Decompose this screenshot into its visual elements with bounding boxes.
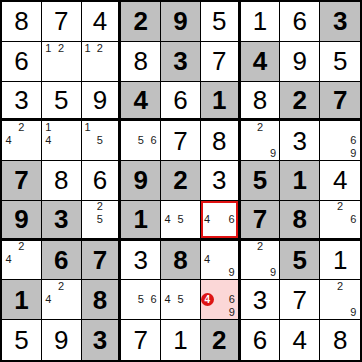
cell-r6c2[interactable]: 3 — [42, 201, 82, 241]
cell-r7c1[interactable]: 24 — [2, 241, 42, 281]
given-value: 9 — [133, 167, 147, 193]
cell-r1c6[interactable]: 5 — [201, 2, 241, 42]
hint-circled-candidate: 4 — [201, 293, 214, 306]
solved-value: 8 — [333, 327, 347, 353]
empty-mark-slot — [82, 134, 94, 147]
cell-r3c4[interactable]: 4 — [121, 82, 161, 122]
candidate-4: 4 — [42, 134, 55, 147]
empty-mark-slot — [226, 280, 238, 293]
candidate-9: 9 — [347, 147, 360, 160]
solved-value: 7 — [212, 48, 226, 74]
empty-mark-slot — [42, 55, 55, 68]
solved-value: 3 — [14, 87, 28, 113]
solved-value: 3 — [133, 247, 147, 273]
empty-mark-slot — [241, 253, 254, 266]
empty-mark-slot — [161, 280, 174, 293]
cell-r8c3[interactable]: 8 — [82, 280, 122, 320]
empty-mark-slot — [214, 280, 226, 293]
empty-mark-slot — [187, 280, 200, 293]
empty-mark-slot — [174, 201, 187, 213]
solved-value: 4 — [93, 8, 107, 34]
candidate-1: 1 — [82, 42, 94, 55]
empty-mark-slot — [2, 121, 15, 134]
cell-r8c5[interactable]: 45 — [161, 280, 201, 320]
empty-mark-slot — [267, 134, 280, 147]
empty-mark-slot — [241, 266, 254, 279]
candidate-1: 1 — [82, 121, 94, 134]
empty-mark-slot — [320, 201, 333, 213]
given-value: 7 — [93, 247, 107, 273]
cell-r9c3[interactable]: 3 — [82, 320, 122, 360]
given-value: 1 — [212, 87, 226, 113]
cell-r5c5[interactable]: 2 — [161, 161, 201, 201]
solved-value: 8 — [54, 167, 68, 193]
empty-mark-slot — [241, 147, 254, 160]
candidate-4: 4 — [42, 293, 55, 306]
empty-mark-slot — [174, 225, 187, 237]
cell-r1c4[interactable]: 2 — [121, 2, 161, 42]
cell-r9c2[interactable]: 9 — [42, 320, 82, 360]
sudoku-board: 8742951636121283749535946182724141556782… — [0, 0, 362, 362]
given-value: 8 — [173, 247, 187, 273]
empty-mark-slot — [213, 266, 225, 279]
empty-mark-slot — [213, 201, 225, 213]
pencil-marks: 45 — [161, 280, 200, 319]
candidate-5: 5 — [174, 293, 187, 306]
solved-value: 6 — [253, 327, 267, 353]
solved-value: 9 — [93, 87, 107, 113]
cell-r7c6[interactable]: 49 — [201, 241, 241, 281]
solved-value: 6 — [293, 8, 307, 34]
cell-r4c1[interactable]: 24 — [2, 121, 42, 161]
candidate-1: 1 — [42, 42, 55, 55]
solved-value: 4 — [293, 327, 307, 353]
candidate-9: 9 — [226, 306, 238, 319]
cell-r2c3[interactable]: 12 — [82, 42, 122, 82]
cell-r1c1[interactable]: 8 — [2, 2, 42, 42]
cell-r8c4[interactable]: 56 — [121, 280, 161, 320]
pencil-marks: 56 — [121, 280, 160, 319]
cell-r5c9[interactable]: 4 — [320, 161, 360, 201]
empty-mark-slot — [320, 147, 333, 160]
empty-mark-slot — [55, 68, 68, 81]
empty-mark-slot — [201, 201, 213, 213]
empty-mark-slot — [94, 68, 106, 81]
empty-mark-slot — [121, 147, 134, 160]
cell-r5c8[interactable]: 1 — [280, 161, 320, 201]
cell-r6c8[interactable]: 8 — [280, 201, 320, 241]
cell-r3c8[interactable]: 2 — [280, 82, 320, 122]
empty-mark-slot — [320, 225, 333, 237]
candidate-9: 9 — [225, 266, 237, 279]
empty-mark-slot — [68, 280, 81, 293]
cell-r8c9[interactable]: 29 — [320, 280, 360, 320]
empty-mark-slot — [15, 253, 28, 266]
empty-mark-slot — [333, 306, 346, 319]
empty-mark-slot — [82, 213, 94, 225]
empty-mark-slot — [320, 134, 333, 147]
pencil-marks: 14 — [42, 121, 81, 160]
empty-mark-slot — [94, 55, 106, 68]
cell-r6c4[interactable]: 1 — [121, 201, 161, 241]
cell-r4c2[interactable]: 14 — [42, 121, 82, 161]
empty-mark-slot — [320, 293, 333, 306]
empty-mark-slot — [201, 280, 214, 293]
empty-mark-slot — [213, 213, 225, 225]
empty-mark-slot — [106, 68, 118, 81]
empty-mark-slot — [106, 201, 118, 213]
cell-r7c9[interactable]: 1 — [320, 241, 360, 281]
empty-mark-slot — [106, 134, 118, 147]
empty-mark-slot — [241, 121, 254, 134]
cell-r8c1[interactable]: 1 — [2, 280, 42, 320]
cell-r5c2[interactable]: 8 — [42, 161, 82, 201]
empty-mark-slot — [225, 201, 237, 213]
empty-mark-slot — [55, 55, 68, 68]
given-value: 9 — [14, 206, 28, 232]
empty-mark-slot — [82, 225, 94, 237]
pencil-marks: 56 — [121, 121, 160, 160]
solved-value: 5 — [333, 48, 347, 74]
cell-r2c5[interactable]: 3 — [161, 42, 201, 82]
candidate-2: 2 — [55, 280, 68, 293]
empty-mark-slot — [28, 253, 41, 266]
cell-r3c1[interactable]: 3 — [2, 82, 42, 122]
cell-r6c6[interactable]: 46 — [201, 201, 241, 241]
candidate-1: 1 — [42, 121, 55, 134]
cell-r7c8[interactable]: 5 — [280, 241, 320, 281]
solved-value: 8 — [253, 87, 267, 113]
empty-mark-slot — [2, 266, 15, 279]
cell-r8c2[interactable]: 24 — [42, 280, 82, 320]
empty-mark-slot — [28, 147, 41, 160]
candidate-2: 2 — [333, 201, 346, 213]
pencil-marks: 12 — [42, 42, 81, 81]
cell-r2c1[interactable]: 6 — [2, 42, 42, 82]
candidate-5: 5 — [174, 213, 187, 225]
cell-r3c5[interactable]: 6 — [161, 82, 201, 122]
solved-value: 6 — [173, 87, 187, 113]
solved-value: 6 — [14, 48, 28, 74]
candidate-6: 6 — [347, 134, 360, 147]
empty-mark-slot — [134, 280, 147, 293]
empty-mark-slot — [68, 68, 81, 81]
cell-r1c7[interactable]: 1 — [241, 2, 281, 42]
cell-r4c5[interactable]: 7 — [161, 121, 201, 161]
cell-r9c4[interactable]: 7 — [121, 320, 161, 360]
candidate-2: 2 — [55, 42, 68, 55]
solved-value: 8 — [212, 128, 226, 154]
candidate-9: 9 — [267, 147, 280, 160]
given-value: 2 — [133, 8, 147, 34]
empty-mark-slot — [225, 225, 237, 237]
cell-r7c3[interactable]: 7 — [82, 241, 122, 281]
candidate-2: 2 — [15, 121, 28, 134]
empty-mark-slot — [55, 147, 68, 160]
candidate-2: 2 — [254, 121, 267, 134]
empty-mark-slot — [161, 306, 174, 319]
cell-r6c5[interactable]: 45 — [161, 201, 201, 241]
empty-mark-slot — [55, 293, 68, 306]
pencil-marks: 24 — [42, 280, 81, 319]
cell-r3c3[interactable]: 9 — [82, 82, 122, 122]
candidate-2: 2 — [94, 201, 106, 213]
cell-r4c9[interactable]: 69 — [320, 121, 360, 161]
empty-mark-slot — [213, 253, 225, 266]
cell-r4c6[interactable]: 8 — [201, 121, 241, 161]
solved-value: 4 — [333, 167, 347, 193]
pencil-marks: 25 — [82, 201, 119, 238]
empty-mark-slot — [174, 306, 187, 319]
cell-r5c4[interactable]: 9 — [121, 161, 161, 201]
empty-mark-slot — [55, 121, 68, 134]
cell-r3c9[interactable]: 7 — [320, 82, 360, 122]
empty-mark-slot — [42, 306, 55, 319]
given-value: 4 — [133, 87, 147, 113]
solved-value: 6 — [93, 167, 107, 193]
empty-mark-slot — [2, 241, 15, 254]
empty-mark-slot — [201, 241, 213, 254]
candidate-4: 4 — [201, 253, 213, 266]
empty-mark-slot — [121, 280, 134, 293]
cell-r2c9[interactable]: 5 — [320, 42, 360, 82]
cell-r3c7[interactable]: 8 — [241, 82, 281, 122]
cell-r2c8[interactable]: 9 — [280, 42, 320, 82]
empty-mark-slot — [55, 306, 68, 319]
cell-r6c3[interactable]: 25 — [82, 201, 122, 241]
empty-mark-slot — [121, 306, 134, 319]
solved-value: 5 — [54, 87, 68, 113]
cell-r7c7[interactable]: 29 — [241, 241, 281, 281]
pencil-marks: 69 — [320, 121, 360, 160]
given-value: 1 — [133, 206, 147, 232]
solved-value: 3 — [293, 128, 307, 154]
cell-r2c2[interactable]: 12 — [42, 42, 82, 82]
empty-mark-slot — [106, 213, 118, 225]
empty-mark-slot — [134, 147, 147, 160]
solved-value: 7 — [133, 327, 147, 353]
empty-mark-slot — [267, 241, 280, 254]
pencil-marks: 24 — [2, 241, 41, 280]
empty-mark-slot — [347, 280, 360, 293]
pencil-marks: 49 — [201, 241, 238, 280]
candidate-5: 5 — [94, 134, 106, 147]
empty-mark-slot — [28, 241, 41, 254]
empty-mark-slot — [134, 306, 147, 319]
candidate-2: 2 — [15, 241, 28, 254]
solved-value: 7 — [54, 8, 68, 34]
cell-r1c3[interactable]: 4 — [82, 2, 122, 42]
empty-mark-slot — [55, 134, 68, 147]
empty-mark-slot — [241, 241, 254, 254]
candidate-2: 2 — [94, 42, 106, 55]
cell-r4c3[interactable]: 15 — [82, 121, 122, 161]
cell-r1c5[interactable]: 9 — [161, 2, 201, 42]
empty-mark-slot — [201, 266, 213, 279]
candidate-9: 9 — [267, 266, 280, 279]
empty-mark-slot — [347, 121, 360, 134]
solved-value: 5 — [212, 8, 226, 34]
cell-r5c6[interactable]: 3 — [201, 161, 241, 201]
cell-r6c9[interactable]: 26 — [320, 201, 360, 241]
given-value: 1 — [14, 287, 28, 313]
empty-mark-slot — [333, 121, 346, 134]
empty-mark-slot — [28, 134, 41, 147]
candidate-4: 4 — [201, 213, 213, 225]
empty-mark-slot — [147, 280, 160, 293]
cell-r6c1[interactable]: 9 — [2, 201, 42, 241]
empty-mark-slot — [147, 147, 160, 160]
empty-mark-slot — [254, 266, 267, 279]
pencil-marks: 469 — [201, 280, 238, 319]
cell-r9c5[interactable]: 1 — [161, 320, 201, 360]
given-value: 2 — [293, 87, 307, 113]
empty-mark-slot — [187, 225, 200, 237]
empty-mark-slot — [82, 55, 94, 68]
candidate-4: 4 — [2, 134, 15, 147]
empty-mark-slot — [333, 147, 346, 160]
solved-value: 7 — [293, 287, 307, 313]
empty-mark-slot — [68, 293, 81, 306]
candidate-6: 6 — [347, 213, 360, 225]
empty-mark-slot — [347, 201, 360, 213]
given-value: 8 — [293, 206, 307, 232]
cell-r4c8[interactable]: 3 — [280, 121, 320, 161]
cell-r5c3[interactable]: 6 — [82, 161, 122, 201]
empty-mark-slot — [201, 306, 214, 319]
empty-mark-slot — [347, 225, 360, 237]
empty-mark-slot — [42, 280, 55, 293]
cell-r9c7[interactable]: 6 — [241, 320, 281, 360]
candidate-9: 9 — [347, 306, 360, 319]
empty-mark-slot — [28, 266, 41, 279]
empty-mark-slot — [187, 201, 200, 213]
cell-r8c7[interactable]: 3 — [241, 280, 281, 320]
empty-mark-slot — [187, 306, 200, 319]
empty-mark-slot — [121, 121, 134, 134]
empty-mark-slot — [267, 253, 280, 266]
cell-r7c4[interactable]: 3 — [121, 241, 161, 281]
cell-r7c2[interactable]: 6 — [42, 241, 82, 281]
empty-mark-slot — [147, 306, 160, 319]
candidate-2: 2 — [333, 280, 346, 293]
cell-r9c8[interactable]: 4 — [280, 320, 320, 360]
candidate-4: 4 — [2, 253, 15, 266]
cell-r5c1[interactable]: 7 — [2, 161, 42, 201]
empty-mark-slot — [121, 134, 134, 147]
cell-r3c6[interactable]: 1 — [201, 82, 241, 122]
cell-r2c6[interactable]: 7 — [201, 42, 241, 82]
solved-value: 7 — [173, 128, 187, 154]
cell-r1c2[interactable]: 7 — [42, 2, 82, 42]
empty-mark-slot — [320, 121, 333, 134]
cell-r2c7[interactable]: 4 — [241, 42, 281, 82]
candidate-2: 2 — [254, 241, 267, 254]
cell-r6c7[interactable]: 7 — [241, 201, 281, 241]
cell-r5c7[interactable]: 5 — [241, 161, 281, 201]
candidate-6: 6 — [147, 134, 160, 147]
cell-r1c8[interactable]: 6 — [280, 2, 320, 42]
solved-value: 9 — [293, 48, 307, 74]
empty-mark-slot — [347, 293, 360, 306]
empty-mark-slot — [68, 55, 81, 68]
empty-mark-slot — [42, 147, 55, 160]
cell-r9c6[interactable]: 2 — [201, 320, 241, 360]
pencil-marks: 12 — [82, 42, 119, 81]
empty-mark-slot — [147, 121, 160, 134]
empty-mark-slot — [187, 213, 200, 225]
cell-r9c9[interactable]: 8 — [320, 320, 360, 360]
empty-mark-slot — [106, 121, 118, 134]
empty-mark-slot — [68, 306, 81, 319]
cell-r7c5[interactable]: 8 — [161, 241, 201, 281]
given-value: 3 — [333, 8, 347, 34]
solved-value: 3 — [253, 287, 267, 313]
empty-mark-slot — [42, 68, 55, 81]
candidate-6: 6 — [225, 213, 237, 225]
cell-r4c7[interactable]: 29 — [241, 121, 281, 161]
given-value: 4 — [253, 48, 267, 74]
empty-mark-slot — [82, 147, 94, 160]
given-value: 5 — [293, 247, 307, 273]
empty-mark-slot — [254, 147, 267, 160]
candidate-5: 5 — [94, 213, 106, 225]
empty-mark-slot — [320, 306, 333, 319]
pencil-marks: 15 — [82, 121, 119, 160]
cell-r9c1[interactable]: 5 — [2, 320, 42, 360]
solved-value: 8 — [14, 8, 28, 34]
solved-value: 1 — [173, 327, 187, 353]
empty-mark-slot — [15, 147, 28, 160]
cell-r8c8[interactable]: 7 — [280, 280, 320, 320]
empty-mark-slot — [225, 241, 237, 254]
cell-r4c4[interactable]: 56 — [121, 121, 161, 161]
given-value: 7 — [14, 167, 28, 193]
given-value: 2 — [212, 327, 226, 353]
candidate-4: 4 — [161, 293, 174, 306]
cell-r2c4[interactable]: 8 — [121, 42, 161, 82]
cell-r8c6[interactable]: 469 — [201, 280, 241, 320]
empty-mark-slot — [68, 42, 81, 55]
pencil-marks: 45 — [161, 201, 200, 238]
empty-mark-slot — [214, 306, 226, 319]
empty-mark-slot — [15, 266, 28, 279]
given-value: 6 — [54, 247, 68, 273]
empty-mark-slot — [94, 225, 106, 237]
given-value: 3 — [93, 327, 107, 353]
empty-mark-slot — [161, 225, 174, 237]
given-value: 1 — [293, 167, 307, 193]
pencil-marks: 29 — [241, 241, 280, 280]
empty-mark-slot — [94, 147, 106, 160]
empty-mark-slot — [134, 121, 147, 134]
empty-mark-slot — [106, 147, 118, 160]
pencil-marks: 46 — [201, 201, 238, 238]
empty-mark-slot — [174, 280, 187, 293]
cell-r1c9[interactable]: 3 — [320, 2, 360, 42]
empty-mark-slot — [213, 241, 225, 254]
empty-mark-slot — [94, 121, 106, 134]
candidate-6: 6 — [147, 293, 160, 306]
cell-r3c2[interactable]: 5 — [42, 82, 82, 122]
candidate-6: 6 — [226, 293, 238, 306]
candidate-5: 5 — [134, 293, 147, 306]
empty-mark-slot — [28, 121, 41, 134]
empty-mark-slot — [68, 147, 81, 160]
empty-mark-slot — [82, 201, 94, 213]
given-value: 5 — [253, 167, 267, 193]
empty-mark-slot — [121, 293, 134, 306]
